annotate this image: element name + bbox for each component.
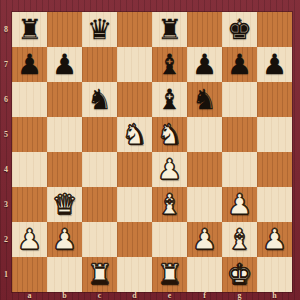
black-bishop-icon[interactable]: ♝ (157, 82, 182, 117)
chess-board-frame: ♜♛♜♚♟♟♝♟♟♟♞♝♞♞♞♟♛♝♟♟♟♟♝♟♜♜♚ 87654321abcd… (0, 0, 300, 300)
square-h6[interactable] (257, 82, 292, 117)
square-b2[interactable]: ♟ (47, 222, 82, 257)
square-g8[interactable]: ♚ (222, 12, 257, 47)
black-king-icon[interactable]: ♚ (227, 12, 252, 47)
black-bishop-icon[interactable]: ♝ (157, 47, 182, 82)
file-label-g: g (222, 291, 257, 300)
white-pawn-icon[interactable]: ♟ (17, 222, 42, 257)
square-d1[interactable] (117, 257, 152, 292)
square-b5[interactable] (47, 117, 82, 152)
black-knight-icon[interactable]: ♞ (192, 82, 217, 117)
square-d3[interactable] (117, 187, 152, 222)
file-label-b: b (47, 291, 82, 300)
square-a5[interactable] (12, 117, 47, 152)
square-b4[interactable] (47, 152, 82, 187)
rank-label-4: 4 (0, 152, 12, 187)
rank-label-8: 8 (0, 12, 12, 47)
black-pawn-icon[interactable]: ♟ (227, 47, 252, 82)
file-label-h: h (257, 291, 292, 300)
rank-label-6: 6 (0, 82, 12, 117)
square-f1[interactable] (187, 257, 222, 292)
black-pawn-icon[interactable]: ♟ (262, 47, 287, 82)
file-label-d: d (117, 291, 152, 300)
square-d7[interactable] (117, 47, 152, 82)
white-king-icon[interactable]: ♚ (227, 257, 252, 292)
square-e2[interactable] (152, 222, 187, 257)
square-h3[interactable] (257, 187, 292, 222)
square-c1[interactable]: ♜ (82, 257, 117, 292)
rank-label-3: 3 (0, 187, 12, 222)
square-h1[interactable] (257, 257, 292, 292)
square-f4[interactable] (187, 152, 222, 187)
square-f5[interactable] (187, 117, 222, 152)
square-a7[interactable]: ♟ (12, 47, 47, 82)
square-g4[interactable] (222, 152, 257, 187)
square-c6[interactable]: ♞ (82, 82, 117, 117)
square-a1[interactable] (12, 257, 47, 292)
white-pawn-icon[interactable]: ♟ (192, 222, 217, 257)
square-e4[interactable]: ♟ (152, 152, 187, 187)
square-a4[interactable] (12, 152, 47, 187)
file-label-f: f (187, 291, 222, 300)
square-h5[interactable] (257, 117, 292, 152)
square-e6[interactable]: ♝ (152, 82, 187, 117)
square-a8[interactable]: ♜ (12, 12, 47, 47)
square-h2[interactable]: ♟ (257, 222, 292, 257)
square-f6[interactable]: ♞ (187, 82, 222, 117)
white-bishop-icon[interactable]: ♝ (157, 187, 182, 222)
square-h4[interactable] (257, 152, 292, 187)
square-c8[interactable]: ♛ (82, 12, 117, 47)
square-c4[interactable] (82, 152, 117, 187)
square-g7[interactable]: ♟ (222, 47, 257, 82)
square-c5[interactable] (82, 117, 117, 152)
rank-label-1: 1 (0, 257, 12, 292)
square-h7[interactable]: ♟ (257, 47, 292, 82)
square-h8[interactable] (257, 12, 292, 47)
square-e1[interactable]: ♜ (152, 257, 187, 292)
square-b8[interactable] (47, 12, 82, 47)
square-g6[interactable] (222, 82, 257, 117)
white-knight-icon[interactable]: ♞ (157, 117, 182, 152)
white-knight-icon[interactable]: ♞ (122, 117, 147, 152)
file-label-e: e (152, 291, 187, 300)
square-d8[interactable] (117, 12, 152, 47)
black-rook-icon[interactable]: ♜ (17, 12, 42, 47)
square-d6[interactable] (117, 82, 152, 117)
white-queen-icon[interactable]: ♛ (52, 187, 77, 222)
square-e3[interactable]: ♝ (152, 187, 187, 222)
black-pawn-icon[interactable]: ♟ (52, 47, 77, 82)
black-queen-icon[interactable]: ♛ (87, 12, 112, 47)
chess-board: ♜♛♜♚♟♟♝♟♟♟♞♝♞♞♞♟♛♝♟♟♟♟♝♟♜♜♚ (12, 12, 292, 292)
square-c3[interactable] (82, 187, 117, 222)
square-g3[interactable]: ♟ (222, 187, 257, 222)
black-pawn-icon[interactable]: ♟ (192, 47, 217, 82)
square-f8[interactable] (187, 12, 222, 47)
square-e7[interactable]: ♝ (152, 47, 187, 82)
rank-label-7: 7 (0, 47, 12, 82)
square-a3[interactable] (12, 187, 47, 222)
square-f2[interactable]: ♟ (187, 222, 222, 257)
square-d2[interactable] (117, 222, 152, 257)
black-rook-icon[interactable]: ♜ (157, 12, 182, 47)
square-b6[interactable] (47, 82, 82, 117)
square-b3[interactable]: ♛ (47, 187, 82, 222)
square-b7[interactable]: ♟ (47, 47, 82, 82)
square-f7[interactable]: ♟ (187, 47, 222, 82)
white-rook-icon[interactable]: ♜ (157, 257, 182, 292)
square-f3[interactable] (187, 187, 222, 222)
white-pawn-icon[interactable]: ♟ (227, 187, 252, 222)
square-c2[interactable] (82, 222, 117, 257)
black-pawn-icon[interactable]: ♟ (17, 47, 42, 82)
file-label-c: c (82, 291, 117, 300)
square-a6[interactable] (12, 82, 47, 117)
file-label-a: a (12, 291, 47, 300)
square-g1[interactable]: ♚ (222, 257, 257, 292)
white-rook-icon[interactable]: ♜ (87, 257, 112, 292)
white-pawn-icon[interactable]: ♟ (157, 152, 182, 187)
square-d5[interactable]: ♞ (117, 117, 152, 152)
square-c7[interactable] (82, 47, 117, 82)
square-g2[interactable]: ♝ (222, 222, 257, 257)
white-pawn-icon[interactable]: ♟ (262, 222, 287, 257)
square-e5[interactable]: ♞ (152, 117, 187, 152)
square-b1[interactable] (47, 257, 82, 292)
square-d4[interactable] (117, 152, 152, 187)
square-a2[interactable]: ♟ (12, 222, 47, 257)
rank-label-2: 2 (0, 222, 12, 257)
square-e8[interactable]: ♜ (152, 12, 187, 47)
square-g5[interactable] (222, 117, 257, 152)
black-knight-icon[interactable]: ♞ (87, 82, 112, 117)
rank-label-5: 5 (0, 117, 12, 152)
white-pawn-icon[interactable]: ♟ (52, 222, 77, 257)
white-bishop-icon[interactable]: ♝ (227, 222, 252, 257)
